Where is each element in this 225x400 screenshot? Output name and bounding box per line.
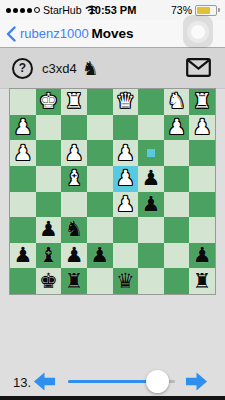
square-e4[interactable] [87,166,113,192]
square-a3[interactable] [189,140,215,166]
square-a4[interactable] [189,166,215,192]
square-b8[interactable] [164,268,190,294]
white-pawn: ♟ [116,194,135,215]
square-g1[interactable]: ♚ [36,89,62,115]
square-b4[interactable] [164,166,190,192]
black-pawn: ♟ [65,245,84,266]
square-d7[interactable] [113,243,139,269]
black-queen: ♛ [116,271,135,292]
square-c2[interactable] [138,115,164,141]
square-h1[interactable] [10,89,36,115]
square-h8[interactable] [10,268,36,294]
white-pawn: ♟ [116,143,135,164]
assistive-touch-core [191,25,205,39]
bottom-edge-bar [0,396,225,400]
square-e8[interactable] [87,268,113,294]
previous-move-arrow[interactable] [33,371,56,392]
square-f8[interactable]: ♜ [61,268,87,294]
square-d8[interactable]: ♛ [113,268,139,294]
black-rook: ♜ [193,271,212,292]
square-f5[interactable] [61,192,87,218]
black-pawn: ♟ [90,245,109,266]
square-f4[interactable]: ♝ [61,166,87,192]
square-g7[interactable]: ♝ [36,243,62,269]
battery-percent-label: 73% [171,4,192,16]
square-h4[interactable] [10,166,36,192]
square-f3[interactable]: ♟ [61,140,87,166]
square-g4[interactable] [36,166,62,192]
black-pawn: ♟ [39,219,58,240]
move-number-label: 13. [13,375,31,390]
square-d4[interactable]: ♟ [113,166,139,192]
square-e5[interactable] [87,192,113,218]
square-h2[interactable]: ♟ [10,115,36,141]
square-g3[interactable] [36,140,62,166]
black-pawn: ♟ [142,194,161,215]
square-g2[interactable] [36,115,62,141]
square-a5[interactable] [189,192,215,218]
square-h3[interactable]: ♟ [10,140,36,166]
battery-icon [195,5,217,16]
square-b5[interactable] [164,192,190,218]
move-slider-track[interactable] [68,380,175,383]
square-g6[interactable]: ♟ [36,217,62,243]
square-e7[interactable]: ♟ [87,243,113,269]
black-pawn: ♟ [142,168,161,189]
square-c7[interactable] [138,243,164,269]
square-f2[interactable] [61,115,87,141]
square-f7[interactable]: ♟ [61,243,87,269]
square-e1[interactable] [87,89,113,115]
square-c6[interactable] [138,217,164,243]
chess-board: ♚♜♛♞♜♟♟♟♟♟♟♝♟♟♟♟♟♞♟♝♟♟♟♚♜♛♜ [9,88,216,295]
square-c3[interactable] [138,140,164,166]
white-pawn: ♟ [116,168,135,189]
square-g8[interactable]: ♚ [36,268,62,294]
square-c8[interactable] [138,268,164,294]
square-d6[interactable] [113,217,139,243]
white-queen: ♛ [116,91,135,112]
white-rook: ♜ [193,91,212,112]
square-e6[interactable] [87,217,113,243]
next-move-arrow[interactable] [185,371,208,392]
white-pawn: ♟ [13,143,32,164]
move-slider-row: 13. [0,368,225,396]
square-f1[interactable]: ♜ [61,89,87,115]
captured-knight-icon: ♞ [82,59,99,78]
square-c1[interactable] [138,89,164,115]
square-h6[interactable] [10,217,36,243]
square-h7[interactable]: ♟ [10,243,36,269]
white-knight: ♞ [167,91,186,112]
square-e2[interactable] [87,115,113,141]
square-d3[interactable]: ♟ [113,140,139,166]
black-knight: ♞ [65,219,84,240]
slider-thumb[interactable] [146,370,169,393]
square-a2[interactable]: ♟ [189,115,215,141]
black-rook: ♜ [65,271,84,292]
square-f6[interactable]: ♞ [61,217,87,243]
square-c5[interactable]: ♟ [138,192,164,218]
black-bishop: ♝ [39,245,58,266]
white-king: ♚ [39,91,58,112]
white-pawn: ♟ [193,117,212,138]
square-a7[interactable]: ♟ [189,243,215,269]
black-pawn: ♟ [13,245,32,266]
mail-icon[interactable] [186,58,211,77]
square-d5[interactable]: ♟ [113,192,139,218]
black-king: ♚ [39,271,58,292]
assistive-touch-ring [187,21,209,43]
square-g5[interactable] [36,192,62,218]
white-pawn: ♟ [65,143,84,164]
white-pawn: ♟ [167,117,186,138]
slider-fill [68,380,157,383]
current-move-text: c3xd4 [42,61,77,76]
square-b7[interactable] [164,243,190,269]
assistive-touch-button[interactable] [183,15,213,48]
white-pawn: ♟ [13,117,32,138]
white-bishop: ♝ [65,168,84,189]
square-b1[interactable]: ♞ [164,89,190,115]
square-b3[interactable] [164,140,190,166]
black-pawn: ♟ [193,245,212,266]
battery-nub [218,8,220,12]
square-e3[interactable] [87,140,113,166]
square-b6[interactable] [164,217,190,243]
white-rook: ♜ [65,91,84,112]
square-a1[interactable]: ♜ [189,89,215,115]
square-c4[interactable]: ♟ [138,166,164,192]
app-screen: StarHub 10:53 PM 73% rubenz1000 Moves [0,0,225,400]
square-d2[interactable] [113,115,139,141]
square-b2[interactable]: ♟ [164,115,190,141]
move-bar: ? c3xd4 ♞ [0,48,225,89]
square-d1[interactable]: ♛ [113,89,139,115]
help-icon[interactable]: ? [12,58,33,79]
square-a8[interactable]: ♜ [189,268,215,294]
square-a6[interactable] [189,217,215,243]
last-move-from-marker [147,149,155,157]
square-h5[interactable] [10,192,36,218]
